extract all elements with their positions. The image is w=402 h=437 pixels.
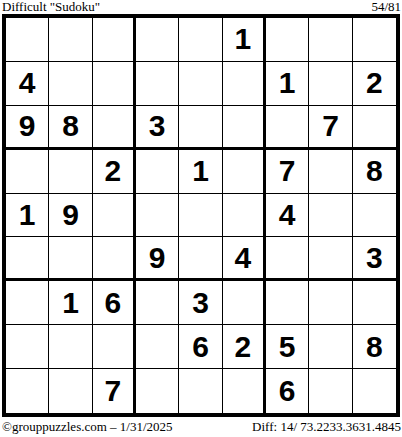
cell-r8c6[interactable]: 2 bbox=[223, 325, 266, 369]
cell-r3c2[interactable]: 8 bbox=[49, 106, 92, 150]
header: Difficult "Sudoku" 54/81 bbox=[2, 0, 401, 13]
cell-r2c4[interactable] bbox=[136, 62, 179, 106]
cell-r8c5[interactable]: 6 bbox=[179, 325, 222, 369]
cell-r1c6[interactable]: 1 bbox=[223, 18, 266, 62]
cell-r3c9[interactable] bbox=[353, 106, 396, 150]
cell-r3c5[interactable] bbox=[179, 106, 222, 150]
cell-r1c5[interactable] bbox=[179, 18, 222, 62]
cell-r8c2[interactable] bbox=[49, 325, 92, 369]
cell-r5c5[interactable] bbox=[179, 194, 222, 238]
cell-r2c3[interactable] bbox=[93, 62, 136, 106]
cell-r8c3[interactable] bbox=[93, 325, 136, 369]
cell-r2c2[interactable] bbox=[49, 62, 92, 106]
cell-r3c1[interactable]: 9 bbox=[6, 106, 49, 150]
cell-r9c3[interactable]: 7 bbox=[93, 369, 136, 413]
cell-r1c3[interactable] bbox=[93, 18, 136, 62]
cell-r7c5[interactable]: 3 bbox=[179, 281, 222, 325]
cell-r4c8[interactable] bbox=[309, 150, 352, 194]
cell-r3c7[interactable] bbox=[266, 106, 309, 150]
cell-r1c9[interactable] bbox=[353, 18, 396, 62]
cell-r8c7[interactable]: 5 bbox=[266, 325, 309, 369]
cell-r3c8[interactable]: 7 bbox=[309, 106, 352, 150]
cell-r2c7[interactable]: 1 bbox=[266, 62, 309, 106]
cell-r6c9[interactable]: 3 bbox=[353, 237, 396, 281]
cell-r5c7[interactable]: 4 bbox=[266, 194, 309, 238]
cell-r9c9[interactable] bbox=[353, 369, 396, 413]
sudoku-puzzle-page: Difficult "Sudoku" 54/81 141298372178194… bbox=[0, 0, 402, 437]
cell-r4c2[interactable] bbox=[49, 150, 92, 194]
cell-r8c8[interactable] bbox=[309, 325, 352, 369]
cell-r5c3[interactable] bbox=[93, 194, 136, 238]
cell-r4c5[interactable]: 1 bbox=[179, 150, 222, 194]
cell-r8c4[interactable] bbox=[136, 325, 179, 369]
difficulty-text: Diff: 14/ 73.2233.3631.4845 bbox=[252, 419, 401, 434]
cell-r1c8[interactable] bbox=[309, 18, 352, 62]
cell-r5c6[interactable] bbox=[223, 194, 266, 238]
cell-r6c5[interactable] bbox=[179, 237, 222, 281]
cell-r4c9[interactable]: 8 bbox=[353, 150, 396, 194]
cell-r6c3[interactable] bbox=[93, 237, 136, 281]
cell-r9c6[interactable] bbox=[223, 369, 266, 413]
cell-r9c2[interactable] bbox=[49, 369, 92, 413]
cell-r4c6[interactable] bbox=[223, 150, 266, 194]
cell-r6c2[interactable] bbox=[49, 237, 92, 281]
cell-r1c1[interactable] bbox=[6, 18, 49, 62]
cell-r7c4[interactable] bbox=[136, 281, 179, 325]
cell-r6c8[interactable] bbox=[309, 237, 352, 281]
cell-r6c4[interactable]: 9 bbox=[136, 237, 179, 281]
cell-r6c7[interactable] bbox=[266, 237, 309, 281]
cell-r4c4[interactable] bbox=[136, 150, 179, 194]
cell-r2c5[interactable] bbox=[179, 62, 222, 106]
cell-r9c7[interactable]: 6 bbox=[266, 369, 309, 413]
cell-r5c4[interactable] bbox=[136, 194, 179, 238]
cell-r7c8[interactable] bbox=[309, 281, 352, 325]
cell-r9c1[interactable] bbox=[6, 369, 49, 413]
cell-r7c6[interactable] bbox=[223, 281, 266, 325]
cell-r2c1[interactable]: 4 bbox=[6, 62, 49, 106]
cell-r1c4[interactable] bbox=[136, 18, 179, 62]
cell-r7c1[interactable] bbox=[6, 281, 49, 325]
cell-r6c6[interactable]: 4 bbox=[223, 237, 266, 281]
cell-r4c3[interactable]: 2 bbox=[93, 150, 136, 194]
cell-r6c1[interactable] bbox=[6, 237, 49, 281]
cell-r8c1[interactable] bbox=[6, 325, 49, 369]
cell-r3c3[interactable] bbox=[93, 106, 136, 150]
cell-r9c4[interactable] bbox=[136, 369, 179, 413]
cell-r7c3[interactable]: 6 bbox=[93, 281, 136, 325]
cell-r8c9[interactable]: 8 bbox=[353, 325, 396, 369]
cell-r1c7[interactable] bbox=[266, 18, 309, 62]
cell-r1c2[interactable] bbox=[49, 18, 92, 62]
blank-count: 54/81 bbox=[371, 0, 401, 13]
cell-r5c8[interactable] bbox=[309, 194, 352, 238]
cell-r4c7[interactable]: 7 bbox=[266, 150, 309, 194]
cell-r4c1[interactable] bbox=[6, 150, 49, 194]
cell-r9c5[interactable] bbox=[179, 369, 222, 413]
cell-r3c6[interactable] bbox=[223, 106, 266, 150]
puzzle-title: Difficult "Sudoku" bbox=[2, 0, 100, 13]
footer: ©grouppuzzles.com – 1/31/2025 Diff: 14/ … bbox=[2, 419, 401, 434]
copyright-text: ©grouppuzzles.com – 1/31/2025 bbox=[2, 419, 173, 434]
sudoku-grid: 141298372178194943163625876 bbox=[2, 14, 400, 417]
cell-r5c9[interactable] bbox=[353, 194, 396, 238]
cell-r7c9[interactable] bbox=[353, 281, 396, 325]
cell-r5c2[interactable]: 9 bbox=[49, 194, 92, 238]
cell-r2c6[interactable] bbox=[223, 62, 266, 106]
cell-r7c7[interactable] bbox=[266, 281, 309, 325]
cell-r2c9[interactable]: 2 bbox=[353, 62, 396, 106]
cell-r5c1[interactable]: 1 bbox=[6, 194, 49, 238]
cell-r9c8[interactable] bbox=[309, 369, 352, 413]
cell-r3c4[interactable]: 3 bbox=[136, 106, 179, 150]
cell-r7c2[interactable]: 1 bbox=[49, 281, 92, 325]
cell-r2c8[interactable] bbox=[309, 62, 352, 106]
